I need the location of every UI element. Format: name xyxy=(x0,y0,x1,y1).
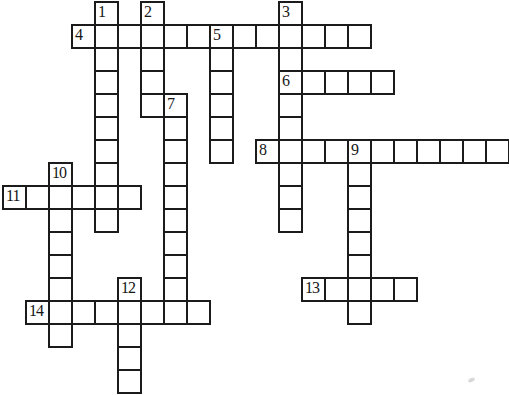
cell-r1c6[interactable] xyxy=(140,24,165,49)
cell-r8c7[interactable] xyxy=(163,185,188,210)
cell-r3c14[interactable] xyxy=(324,70,349,95)
void-cell xyxy=(348,94,371,117)
void-cell xyxy=(49,370,72,393)
void-cell xyxy=(417,209,440,232)
void-cell xyxy=(302,163,325,186)
cell-r4c7[interactable]: 7 xyxy=(163,93,188,118)
void-cell xyxy=(3,324,26,347)
void-cell xyxy=(394,25,417,48)
cell-r9c12[interactable] xyxy=(278,208,303,233)
void-cell xyxy=(49,48,72,71)
void-cell xyxy=(302,48,325,71)
cell-r11c2[interactable] xyxy=(48,254,73,279)
clue-number-2: 2 xyxy=(144,4,151,21)
void-cell xyxy=(210,186,233,209)
void-cell xyxy=(463,48,486,71)
cell-r9c2[interactable] xyxy=(48,208,73,233)
cell-r12c13[interactable]: 13 xyxy=(301,277,326,302)
cell-r8c4[interactable] xyxy=(94,185,119,210)
void-cell xyxy=(233,232,256,255)
cell-r7c15[interactable] xyxy=(347,162,372,187)
clue-number-4: 4 xyxy=(75,27,82,44)
cell-r6c20[interactable] xyxy=(462,139,487,164)
void-cell xyxy=(72,232,95,255)
void-cell xyxy=(417,324,440,347)
void-cell xyxy=(371,301,394,324)
void-cell xyxy=(440,209,463,232)
void-cell xyxy=(26,347,49,370)
cell-r3c13[interactable] xyxy=(301,70,326,95)
void-cell xyxy=(463,370,486,393)
void-cell xyxy=(417,232,440,255)
void-cell xyxy=(141,278,164,301)
void-cell xyxy=(3,301,26,324)
cell-r1c11[interactable] xyxy=(255,24,280,49)
void-cell xyxy=(348,324,371,347)
void-cell xyxy=(164,347,187,370)
cell-r6c9[interactable] xyxy=(209,139,234,164)
void-cell xyxy=(417,117,440,140)
void-cell xyxy=(371,324,394,347)
void-cell xyxy=(164,71,187,94)
void-cell xyxy=(440,186,463,209)
void-cell xyxy=(256,2,279,25)
void-cell xyxy=(440,2,463,25)
void-cell xyxy=(279,255,302,278)
cell-r0c12[interactable]: 3 xyxy=(278,1,303,26)
void-cell xyxy=(3,163,26,186)
cell-r2c12[interactable] xyxy=(278,47,303,72)
cell-r6c18[interactable] xyxy=(416,139,441,164)
clue-number-7: 7 xyxy=(167,96,174,113)
cell-r1c3[interactable]: 4 xyxy=(71,24,96,49)
cell-r7c12[interactable] xyxy=(278,162,303,187)
void-cell xyxy=(210,163,233,186)
void-cell xyxy=(49,2,72,25)
void-cell xyxy=(440,94,463,117)
cell-r6c19[interactable] xyxy=(439,139,464,164)
void-cell xyxy=(486,278,509,301)
cell-r12c2[interactable] xyxy=(48,277,73,302)
cell-r6c4[interactable] xyxy=(94,139,119,164)
void-cell xyxy=(440,48,463,71)
void-cell xyxy=(118,255,141,278)
void-cell xyxy=(463,324,486,347)
void-cell xyxy=(3,94,26,117)
void-cell xyxy=(164,48,187,71)
void-cell xyxy=(486,301,509,324)
void-cell xyxy=(26,324,49,347)
cell-r8c2[interactable] xyxy=(48,185,73,210)
void-cell xyxy=(279,347,302,370)
cell-r7c2[interactable]: 10 xyxy=(48,162,73,187)
void-cell xyxy=(210,255,233,278)
cell-r13c5[interactable] xyxy=(117,300,142,325)
void-cell xyxy=(417,370,440,393)
void-cell xyxy=(302,301,325,324)
void-cell xyxy=(118,71,141,94)
cell-r0c4[interactable]: 1 xyxy=(94,1,119,26)
cell-r12c7[interactable] xyxy=(163,277,188,302)
void-cell xyxy=(187,2,210,25)
void-cell xyxy=(164,370,187,393)
void-cell xyxy=(72,278,95,301)
cell-r0c6[interactable]: 2 xyxy=(140,1,165,26)
void-cell xyxy=(279,370,302,393)
void-cell xyxy=(141,186,164,209)
cell-r13c3[interactable] xyxy=(71,300,96,325)
void-cell xyxy=(325,209,348,232)
cell-r1c7[interactable] xyxy=(163,24,188,49)
void-cell xyxy=(72,163,95,186)
void-cell xyxy=(394,324,417,347)
void-cell xyxy=(210,232,233,255)
cell-r11c7[interactable] xyxy=(163,254,188,279)
void-cell xyxy=(302,186,325,209)
clue-number-3: 3 xyxy=(282,4,289,21)
void-cell xyxy=(72,48,95,71)
void-cell xyxy=(187,347,210,370)
void-cell xyxy=(325,163,348,186)
cell-r13c4[interactable] xyxy=(94,300,119,325)
cell-r1c14[interactable] xyxy=(324,24,349,49)
cell-r10c7[interactable] xyxy=(163,231,188,256)
cell-r12c17[interactable] xyxy=(393,277,418,302)
void-cell xyxy=(210,2,233,25)
void-cell xyxy=(463,25,486,48)
void-cell xyxy=(141,324,164,347)
void-cell xyxy=(463,301,486,324)
void-cell xyxy=(49,94,72,117)
cell-r8c3[interactable] xyxy=(71,185,96,210)
void-cell xyxy=(440,25,463,48)
void-cell xyxy=(3,370,26,393)
void-cell xyxy=(118,117,141,140)
void-cell xyxy=(233,370,256,393)
cell-r4c9[interactable] xyxy=(209,93,234,118)
cell-r6c16[interactable] xyxy=(370,139,395,164)
cell-r9c15[interactable] xyxy=(347,208,372,233)
void-cell xyxy=(417,186,440,209)
void-cell xyxy=(417,301,440,324)
void-cell xyxy=(26,255,49,278)
cell-r16c5[interactable] xyxy=(117,369,142,394)
clue-number-9: 9 xyxy=(351,142,358,159)
void-cell xyxy=(371,347,394,370)
void-cell xyxy=(72,347,95,370)
void-cell xyxy=(348,48,371,71)
void-cell xyxy=(256,186,279,209)
cell-r4c12[interactable] xyxy=(278,93,303,118)
cell-r3c15[interactable] xyxy=(347,70,372,95)
void-cell xyxy=(302,94,325,117)
void-cell xyxy=(302,232,325,255)
void-cell xyxy=(164,324,187,347)
void-cell xyxy=(486,117,509,140)
void-cell xyxy=(417,94,440,117)
cell-r3c9[interactable] xyxy=(209,70,234,95)
void-cell xyxy=(371,163,394,186)
void-cell xyxy=(72,71,95,94)
cell-r1c8[interactable] xyxy=(186,24,211,49)
void-cell xyxy=(72,94,95,117)
void-cell xyxy=(325,94,348,117)
cell-r15c5[interactable] xyxy=(117,346,142,371)
cell-r14c5[interactable] xyxy=(117,323,142,348)
cell-r8c1[interactable] xyxy=(25,185,50,210)
cell-r6c15[interactable]: 9 xyxy=(347,139,372,164)
cell-r12c16[interactable] xyxy=(370,277,395,302)
void-cell xyxy=(325,301,348,324)
void-cell xyxy=(141,209,164,232)
cell-r1c10[interactable] xyxy=(232,24,257,49)
void-cell xyxy=(118,209,141,232)
void-cell xyxy=(3,25,26,48)
void-cell xyxy=(210,301,233,324)
cell-r1c12[interactable] xyxy=(278,24,303,49)
void-cell xyxy=(371,94,394,117)
void-cell xyxy=(486,71,509,94)
void-cell xyxy=(348,117,371,140)
clue-number-5: 5 xyxy=(213,27,220,44)
void-cell xyxy=(394,71,417,94)
void-cell xyxy=(256,94,279,117)
void-cell xyxy=(463,163,486,186)
void-cell xyxy=(3,347,26,370)
cell-r2c4[interactable] xyxy=(94,47,119,72)
void-cell xyxy=(394,117,417,140)
cell-r6c17[interactable] xyxy=(393,139,418,164)
cell-r10c2[interactable] xyxy=(48,231,73,256)
void-cell xyxy=(371,48,394,71)
void-cell xyxy=(233,278,256,301)
void-cell xyxy=(302,370,325,393)
cell-r4c4[interactable] xyxy=(94,93,119,118)
cell-r7c7[interactable] xyxy=(163,162,188,187)
void-cell xyxy=(26,140,49,163)
cell-r12c14[interactable] xyxy=(324,277,349,302)
void-cell xyxy=(187,94,210,117)
void-cell xyxy=(417,25,440,48)
void-cell xyxy=(371,370,394,393)
cell-r14c2[interactable] xyxy=(48,323,73,348)
void-cell xyxy=(3,255,26,278)
void-cell xyxy=(3,140,26,163)
void-cell xyxy=(72,255,95,278)
cell-r13c7[interactable] xyxy=(163,300,188,325)
void-cell xyxy=(486,347,509,370)
cell-r12c15[interactable] xyxy=(347,277,372,302)
void-cell xyxy=(233,140,256,163)
cell-r8c5[interactable] xyxy=(117,185,142,210)
void-cell xyxy=(233,301,256,324)
void-cell xyxy=(233,117,256,140)
void-cell xyxy=(279,232,302,255)
void-cell xyxy=(440,347,463,370)
cell-r8c15[interactable] xyxy=(347,185,372,210)
cell-r1c9[interactable]: 5 xyxy=(209,24,234,49)
void-cell xyxy=(440,163,463,186)
void-cell xyxy=(3,2,26,25)
void-cell xyxy=(371,25,394,48)
void-cell xyxy=(256,370,279,393)
void-cell xyxy=(440,232,463,255)
cell-r3c12[interactable]: 6 xyxy=(278,70,303,95)
void-cell xyxy=(348,347,371,370)
void-cell xyxy=(3,278,26,301)
cell-r13c15[interactable] xyxy=(347,300,372,325)
void-cell xyxy=(141,255,164,278)
cell-r1c5[interactable] xyxy=(117,24,142,49)
void-cell xyxy=(3,232,26,255)
void-cell xyxy=(141,140,164,163)
void-cell xyxy=(141,117,164,140)
void-cell xyxy=(394,2,417,25)
void-cell xyxy=(72,117,95,140)
cell-r5c12[interactable] xyxy=(278,116,303,141)
void-cell xyxy=(486,370,509,393)
cell-r3c4[interactable] xyxy=(94,70,119,95)
cell-r1c15[interactable] xyxy=(347,24,372,49)
void-cell xyxy=(256,347,279,370)
cell-r7c4[interactable] xyxy=(94,162,119,187)
clue-number-14: 14 xyxy=(29,303,43,320)
void-cell xyxy=(371,186,394,209)
clue-number-1: 1 xyxy=(98,4,105,21)
void-cell xyxy=(394,232,417,255)
void-cell xyxy=(187,117,210,140)
cell-r13c2[interactable] xyxy=(48,300,73,325)
void-cell xyxy=(49,25,72,48)
void-cell xyxy=(394,347,417,370)
void-cell xyxy=(256,232,279,255)
void-cell xyxy=(187,163,210,186)
void-cell xyxy=(95,347,118,370)
cell-r13c1[interactable]: 14 xyxy=(25,300,50,325)
cell-r3c6[interactable] xyxy=(140,70,165,95)
cell-r8c12[interactable] xyxy=(278,185,303,210)
cell-r2c6[interactable] xyxy=(140,47,165,72)
cell-r3c16[interactable] xyxy=(370,70,395,95)
cell-r6c11[interactable]: 8 xyxy=(255,139,280,164)
cell-r1c4[interactable] xyxy=(94,24,119,49)
void-cell xyxy=(417,347,440,370)
cell-r13c6[interactable] xyxy=(140,300,165,325)
void-cell xyxy=(233,163,256,186)
void-cell xyxy=(72,140,95,163)
void-cell xyxy=(256,255,279,278)
void-cell xyxy=(141,370,164,393)
void-cell xyxy=(49,117,72,140)
void-cell xyxy=(394,48,417,71)
void-cell xyxy=(233,94,256,117)
void-cell xyxy=(371,255,394,278)
void-cell xyxy=(118,2,141,25)
void-cell xyxy=(463,71,486,94)
cell-r8c0[interactable]: 11 xyxy=(2,185,27,210)
void-cell xyxy=(210,324,233,347)
void-cell xyxy=(233,324,256,347)
void-cell xyxy=(394,255,417,278)
void-cell xyxy=(256,278,279,301)
cell-r6c14[interactable] xyxy=(324,139,349,164)
clue-number-12: 12 xyxy=(121,280,135,297)
cell-r1c13[interactable] xyxy=(301,24,326,49)
void-cell xyxy=(279,301,302,324)
cell-r6c7[interactable] xyxy=(163,139,188,164)
void-cell xyxy=(417,71,440,94)
cell-r6c13[interactable] xyxy=(301,139,326,164)
void-cell xyxy=(118,140,141,163)
void-cell xyxy=(187,278,210,301)
void-cell xyxy=(371,2,394,25)
void-cell xyxy=(26,117,49,140)
void-cell xyxy=(256,163,279,186)
cell-r9c4[interactable] xyxy=(94,208,119,233)
cell-r5c9[interactable] xyxy=(209,116,234,141)
cell-r12c5[interactable]: 12 xyxy=(117,277,142,302)
void-cell xyxy=(187,209,210,232)
cell-r9c7[interactable] xyxy=(163,208,188,233)
clue-number-10: 10 xyxy=(52,165,66,182)
cell-r11c15[interactable] xyxy=(347,254,372,279)
void-cell xyxy=(26,278,49,301)
void-cell xyxy=(26,163,49,186)
void-cell xyxy=(394,186,417,209)
void-cell xyxy=(187,71,210,94)
void-cell xyxy=(463,117,486,140)
clue-number-11: 11 xyxy=(6,188,19,205)
void-cell xyxy=(325,186,348,209)
cell-r10c15[interactable] xyxy=(347,231,372,256)
void-cell xyxy=(233,71,256,94)
void-cell xyxy=(187,232,210,255)
void-cell xyxy=(26,232,49,255)
void-cell xyxy=(118,94,141,117)
void-cell xyxy=(256,48,279,71)
cell-r4c6[interactable] xyxy=(140,93,165,118)
void-cell xyxy=(187,48,210,71)
void-cell xyxy=(325,232,348,255)
void-cell xyxy=(325,255,348,278)
void-cell xyxy=(302,117,325,140)
void-cell xyxy=(486,324,509,347)
void-cell xyxy=(371,117,394,140)
void-cell xyxy=(463,347,486,370)
void-cell xyxy=(463,2,486,25)
void-cell xyxy=(187,370,210,393)
void-cell xyxy=(141,232,164,255)
cell-r6c21[interactable] xyxy=(485,139,509,164)
void-cell xyxy=(440,255,463,278)
void-cell xyxy=(187,186,210,209)
cell-r5c4[interactable] xyxy=(94,116,119,141)
void-cell xyxy=(210,278,233,301)
void-cell xyxy=(256,301,279,324)
void-cell xyxy=(417,278,440,301)
void-cell xyxy=(95,255,118,278)
void-cell xyxy=(256,324,279,347)
void-cell xyxy=(417,2,440,25)
void-cell xyxy=(26,25,49,48)
cell-r6c12[interactable] xyxy=(278,139,303,164)
cell-r13c8[interactable] xyxy=(186,300,211,325)
cell-r5c7[interactable] xyxy=(163,116,188,141)
cell-r2c9[interactable] xyxy=(209,47,234,72)
void-cell xyxy=(302,347,325,370)
void-cell xyxy=(394,370,417,393)
void-cell xyxy=(348,2,371,25)
